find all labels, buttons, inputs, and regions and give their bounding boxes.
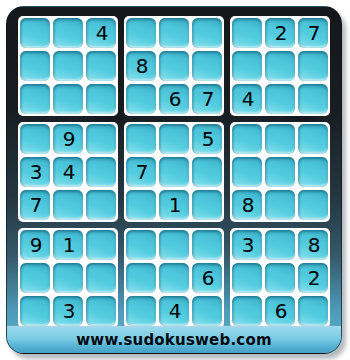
cell-r6c2[interactable] <box>53 190 83 220</box>
cell-r4c5[interactable] <box>159 124 189 154</box>
cell-r1c7[interactable] <box>232 18 262 48</box>
sudoku-grid: 486727493475718913643826 <box>18 16 330 328</box>
box-r1c1: 4 <box>18 16 118 116</box>
sudoku-board: 486727493475718913643826 www.sudokusweb.… <box>6 6 342 354</box>
given-digit: 4 <box>242 89 255 109</box>
cell-r9c5[interactable]: 4 <box>159 296 189 326</box>
box-r3c3: 3826 <box>230 228 330 328</box>
cell-r5c5[interactable] <box>159 157 189 187</box>
cell-r5c9[interactable] <box>298 157 328 187</box>
cell-r9c6[interactable] <box>192 296 222 326</box>
given-digit: 3 <box>242 235 255 255</box>
cell-r7c7[interactable]: 3 <box>232 230 262 260</box>
cell-r6c6[interactable] <box>192 190 222 220</box>
given-digit: 7 <box>202 89 215 109</box>
cell-r9c3[interactable] <box>86 296 116 326</box>
box-r1c3: 274 <box>230 16 330 116</box>
given-digit: 7 <box>308 23 321 43</box>
given-digit: 9 <box>30 235 43 255</box>
cell-r6c1[interactable]: 7 <box>20 190 50 220</box>
cell-r3c1[interactable] <box>20 84 50 114</box>
given-digit: 2 <box>308 268 321 288</box>
cell-r7c3[interactable] <box>86 230 116 260</box>
box-r3c2: 64 <box>124 228 224 328</box>
given-digit: 5 <box>202 129 215 149</box>
cell-r4c3[interactable] <box>86 124 116 154</box>
footer-link[interactable]: www.sudokusweb.com <box>76 331 271 349</box>
cell-r3c8[interactable] <box>265 84 295 114</box>
cell-r3c9[interactable] <box>298 84 328 114</box>
cell-r9c7[interactable] <box>232 296 262 326</box>
cell-r4c1[interactable] <box>20 124 50 154</box>
box-r2c2: 571 <box>124 122 224 222</box>
given-digit: 4 <box>96 23 109 43</box>
cell-r9c9[interactable] <box>298 296 328 326</box>
given-digit: 7 <box>30 195 43 215</box>
cell-r6c3[interactable] <box>86 190 116 220</box>
given-digit: 7 <box>136 162 149 182</box>
cell-r7c4[interactable] <box>126 230 156 260</box>
given-digit: 4 <box>169 301 182 321</box>
cell-r8c4[interactable] <box>126 263 156 293</box>
cell-r3c4[interactable] <box>126 84 156 114</box>
cell-r1c2[interactable] <box>53 18 83 48</box>
cell-r5c6[interactable] <box>192 157 222 187</box>
cell-r2c3[interactable] <box>86 51 116 81</box>
given-digit: 6 <box>275 301 288 321</box>
cell-r1c3[interactable]: 4 <box>86 18 116 48</box>
cell-r9c4[interactable] <box>126 296 156 326</box>
cell-r5c3[interactable] <box>86 157 116 187</box>
given-digit: 8 <box>242 195 255 215</box>
cell-r7c8[interactable] <box>265 230 295 260</box>
box-r2c1: 9347 <box>18 122 118 222</box>
given-digit: 2 <box>275 23 288 43</box>
given-digit: 1 <box>63 235 76 255</box>
cell-r3c5[interactable]: 6 <box>159 84 189 114</box>
cell-r8c9[interactable]: 2 <box>298 263 328 293</box>
footer-bar: www.sudokusweb.com <box>7 326 341 353</box>
cell-r4c4[interactable] <box>126 124 156 154</box>
cell-r8c1[interactable] <box>20 263 50 293</box>
cell-r5c8[interactable] <box>265 157 295 187</box>
cell-r4c8[interactable] <box>265 124 295 154</box>
given-digit: 3 <box>30 162 43 182</box>
cell-r2c6[interactable] <box>192 51 222 81</box>
given-digit: 4 <box>63 162 76 182</box>
cell-r1c1[interactable] <box>20 18 50 48</box>
cell-r2c2[interactable] <box>53 51 83 81</box>
box-r2c3: 8 <box>230 122 330 222</box>
cell-r1c5[interactable] <box>159 18 189 48</box>
cell-r5c4[interactable]: 7 <box>126 157 156 187</box>
cell-r7c6[interactable] <box>192 230 222 260</box>
cell-r5c7[interactable] <box>232 157 262 187</box>
cell-r4c9[interactable] <box>298 124 328 154</box>
given-digit: 6 <box>169 89 182 109</box>
cell-r6c9[interactable] <box>298 190 328 220</box>
cell-r1c4[interactable] <box>126 18 156 48</box>
cell-r7c1[interactable]: 9 <box>20 230 50 260</box>
cell-r4c6[interactable]: 5 <box>192 124 222 154</box>
cell-r1c6[interactable] <box>192 18 222 48</box>
cell-r8c8[interactable] <box>265 263 295 293</box>
given-digit: 8 <box>136 56 149 76</box>
cell-r2c5[interactable] <box>159 51 189 81</box>
cell-r8c3[interactable] <box>86 263 116 293</box>
given-digit: 9 <box>63 129 76 149</box>
cell-r8c7[interactable] <box>232 263 262 293</box>
box-r3c1: 913 <box>18 228 118 328</box>
cell-r2c8[interactable] <box>265 51 295 81</box>
cell-r2c9[interactable] <box>298 51 328 81</box>
cell-r9c8[interactable]: 6 <box>265 296 295 326</box>
cell-r2c4[interactable]: 8 <box>126 51 156 81</box>
cell-r5c1[interactable]: 3 <box>20 157 50 187</box>
cell-r2c1[interactable] <box>20 51 50 81</box>
cell-r3c6[interactable]: 7 <box>192 84 222 114</box>
given-digit: 3 <box>63 301 76 321</box>
cell-r7c9[interactable]: 8 <box>298 230 328 260</box>
cell-r7c2[interactable]: 1 <box>53 230 83 260</box>
cell-r2c7[interactable] <box>232 51 262 81</box>
cell-r8c6[interactable]: 6 <box>192 263 222 293</box>
cell-r3c2[interactable] <box>53 84 83 114</box>
cell-r3c7[interactable]: 4 <box>232 84 262 114</box>
cell-r8c5[interactable] <box>159 263 189 293</box>
given-digit: 8 <box>308 235 321 255</box>
cell-r6c5[interactable]: 1 <box>159 190 189 220</box>
cell-r5c2[interactable]: 4 <box>53 157 83 187</box>
cell-r9c1[interactable] <box>20 296 50 326</box>
cell-r1c9[interactable]: 7 <box>298 18 328 48</box>
box-r1c2: 867 <box>124 16 224 116</box>
given-digit: 6 <box>202 268 215 288</box>
cell-r7c5[interactable] <box>159 230 189 260</box>
cell-r4c2[interactable]: 9 <box>53 124 83 154</box>
cell-r3c3[interactable] <box>86 84 116 114</box>
cell-r1c8[interactable]: 2 <box>265 18 295 48</box>
given-digit: 1 <box>169 195 182 215</box>
cell-r6c8[interactable] <box>265 190 295 220</box>
cell-r4c7[interactable] <box>232 124 262 154</box>
cell-r9c2[interactable]: 3 <box>53 296 83 326</box>
cell-r6c4[interactable] <box>126 190 156 220</box>
cell-r6c7[interactable]: 8 <box>232 190 262 220</box>
cell-r8c2[interactable] <box>53 263 83 293</box>
